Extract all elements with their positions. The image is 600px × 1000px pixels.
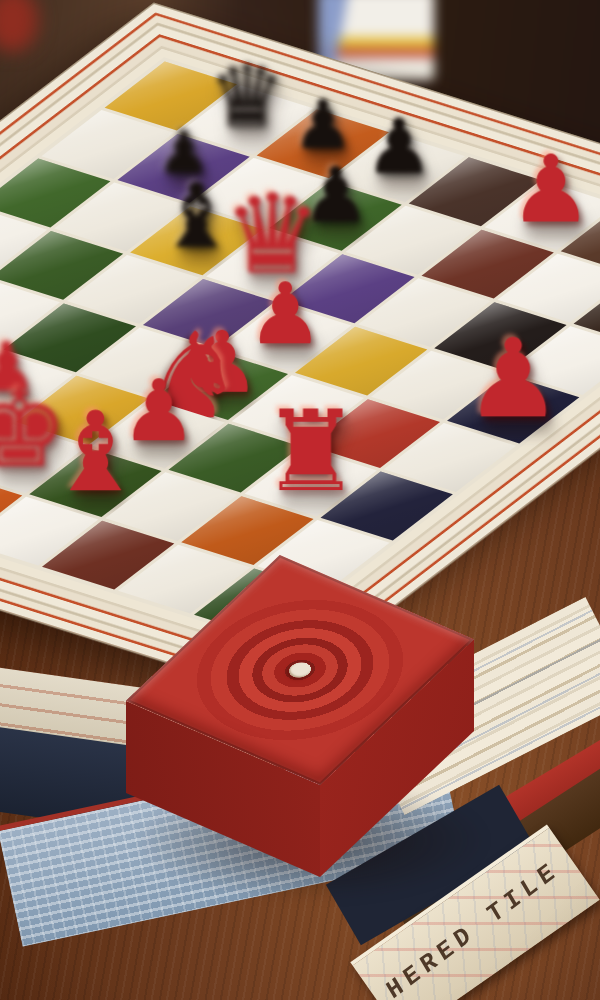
scene: ♛♟♟♟♟♟♝♛♟♟♟♞♟♟♜♚♝ HERED TILE	[0, 0, 600, 1000]
chess-piece-black-pawn[interactable]: ♟	[292, 91, 353, 159]
chess-piece-red-pawn[interactable]: ♟	[509, 143, 592, 236]
chess-piece-black-queen[interactable]: ♛	[208, 53, 285, 139]
chess-piece-black-pawn[interactable]: ♟	[365, 109, 433, 185]
chess-piece-red-rook[interactable]: ♜	[260, 395, 360, 507]
block-center-dot	[285, 660, 316, 680]
chess-piece-red-pawn[interactable]: ♟	[464, 324, 562, 433]
chess-piece-red-bishop[interactable]: ♝	[46, 397, 145, 507]
chess-board: ♛♟♟♟♟♟♝♛♟♟♟♞♟♟♜♚♝	[0, 57, 600, 641]
